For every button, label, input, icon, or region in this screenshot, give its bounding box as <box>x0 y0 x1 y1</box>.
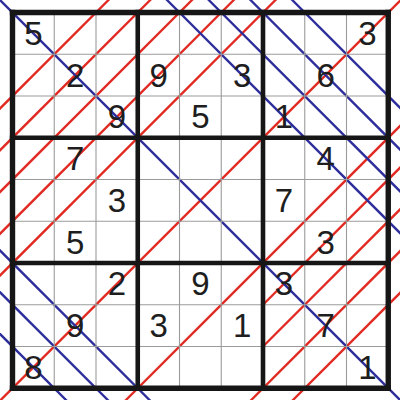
cell-r1c8[interactable] <box>305 13 347 55</box>
cell-r4c9[interactable] <box>347 138 389 180</box>
cell-r5c6[interactable] <box>221 180 263 222</box>
cell-r6c2[interactable]: 5 <box>54 221 96 263</box>
cell-r3c4[interactable] <box>138 96 180 138</box>
cell-r5c3[interactable]: 3 <box>96 180 138 222</box>
cell-r8c3[interactable] <box>96 305 138 347</box>
cell-r3c7[interactable]: 1 <box>263 96 305 138</box>
cell-r5c1[interactable] <box>13 180 55 222</box>
cell-r7c9[interactable] <box>347 263 389 305</box>
cell-r7c4[interactable] <box>138 263 180 305</box>
cell-r9c5[interactable] <box>180 347 222 389</box>
cell-r9c4[interactable] <box>138 347 180 389</box>
cell-r8c8[interactable]: 7 <box>305 305 347 347</box>
cell-r5c9[interactable] <box>347 180 389 222</box>
cell-r6c8[interactable]: 3 <box>305 221 347 263</box>
cell-r2c8[interactable]: 6 <box>305 54 347 96</box>
cell-r3c8[interactable] <box>305 96 347 138</box>
cell-r5c2[interactable] <box>54 180 96 222</box>
cell-r6c7[interactable] <box>263 221 305 263</box>
cell-r1c4[interactable] <box>138 13 180 55</box>
cell-r6c1[interactable] <box>13 221 55 263</box>
cell-r3c6[interactable] <box>221 96 263 138</box>
cell-r7c7[interactable]: 3 <box>263 263 305 305</box>
cell-r9c8[interactable] <box>305 347 347 389</box>
cell-r8c9[interactable] <box>347 305 389 347</box>
cell-r9c6[interactable] <box>221 347 263 389</box>
cell-r4c2[interactable]: 7 <box>54 138 96 180</box>
cell-r2c7[interactable] <box>263 54 305 96</box>
cell-r5c8[interactable] <box>305 180 347 222</box>
cell-r7c2[interactable] <box>54 263 96 305</box>
cell-r1c6[interactable] <box>221 13 263 55</box>
cell-r4c5[interactable] <box>180 138 222 180</box>
cell-r3c3[interactable]: 9 <box>96 96 138 138</box>
cell-r2c9[interactable] <box>347 54 389 96</box>
cell-r4c6[interactable] <box>221 138 263 180</box>
cell-r1c5[interactable] <box>180 13 222 55</box>
cell-r6c9[interactable] <box>347 221 389 263</box>
cell-r2c6[interactable]: 3 <box>221 54 263 96</box>
sudoku-digit-grid: 532936951743753293931781 <box>13 13 389 389</box>
cell-r1c2[interactable] <box>54 13 96 55</box>
cell-r9c9[interactable]: 1 <box>347 347 389 389</box>
cell-r1c1[interactable]: 5 <box>13 13 55 55</box>
cell-r6c4[interactable] <box>138 221 180 263</box>
cell-r6c6[interactable] <box>221 221 263 263</box>
cell-r4c4[interactable] <box>138 138 180 180</box>
cell-r7c8[interactable] <box>305 263 347 305</box>
cell-r6c5[interactable] <box>180 221 222 263</box>
cell-r8c1[interactable] <box>13 305 55 347</box>
cell-r9c3[interactable] <box>96 347 138 389</box>
cell-r7c5[interactable]: 9 <box>180 263 222 305</box>
cell-r5c5[interactable] <box>180 180 222 222</box>
cell-r1c7[interactable] <box>263 13 305 55</box>
cell-r7c3[interactable]: 2 <box>96 263 138 305</box>
cell-r2c3[interactable] <box>96 54 138 96</box>
cell-r3c9[interactable] <box>347 96 389 138</box>
cell-r4c7[interactable] <box>263 138 305 180</box>
cell-r7c1[interactable] <box>13 263 55 305</box>
cell-r5c7[interactable]: 7 <box>263 180 305 222</box>
cell-r9c2[interactable] <box>54 347 96 389</box>
cell-r8c4[interactable]: 3 <box>138 305 180 347</box>
cell-r9c1[interactable]: 8 <box>13 347 55 389</box>
cell-r2c2[interactable]: 2 <box>54 54 96 96</box>
cell-r8c7[interactable] <box>263 305 305 347</box>
cell-r1c3[interactable] <box>96 13 138 55</box>
cell-r6c3[interactable] <box>96 221 138 263</box>
cell-r8c5[interactable] <box>180 305 222 347</box>
cell-r4c8[interactable]: 4 <box>305 138 347 180</box>
cell-r2c4[interactable]: 9 <box>138 54 180 96</box>
cell-r2c5[interactable] <box>180 54 222 96</box>
cell-r7c6[interactable] <box>221 263 263 305</box>
cell-r4c3[interactable] <box>96 138 138 180</box>
cell-r4c1[interactable] <box>13 138 55 180</box>
cell-r8c2[interactable]: 9 <box>54 305 96 347</box>
cell-r5c4[interactable] <box>138 180 180 222</box>
cell-r2c1[interactable] <box>13 54 55 96</box>
cell-r1c9[interactable]: 3 <box>347 13 389 55</box>
argyle-sudoku-board: 532936951743753293931781 <box>0 0 400 400</box>
cell-r9c7[interactable] <box>263 347 305 389</box>
cell-r3c5[interactable]: 5 <box>180 96 222 138</box>
cell-r3c2[interactable] <box>54 96 96 138</box>
cell-r8c6[interactable]: 1 <box>221 305 263 347</box>
cell-r3c1[interactable] <box>13 96 55 138</box>
